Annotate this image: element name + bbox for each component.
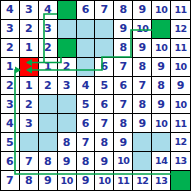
goal-cell-r1c4[interactable]: [58, 1, 77, 20]
goal-cell-r2c9[interactable]: [152, 20, 171, 39]
grid-cell-r6c10[interactable]: 10: [171, 95, 190, 114]
grid-cell-r5c6[interactable]: 5: [95, 77, 114, 96]
grid-cell-r2c2[interactable]: 2: [20, 20, 39, 39]
grid-cell-r5c3[interactable]: 2: [39, 77, 58, 96]
grid-cell-r2c3[interactable]: 3: [39, 20, 58, 39]
grid-cell-r1c9[interactable]: 10: [152, 1, 171, 20]
grid-cell-r10c3[interactable]: 9: [39, 171, 58, 190]
grid-cell-r7c4[interactable]: [58, 114, 77, 133]
grid-cell-r6c1[interactable]: 3: [1, 95, 20, 114]
grid-cell-r5c1[interactable]: 2: [1, 77, 20, 96]
grid-cell-r3c6[interactable]: [95, 39, 114, 58]
grid-cell-r2c1[interactable]: 3: [1, 20, 20, 39]
grid-cell-r1c2[interactable]: 3: [20, 1, 39, 20]
grid-cell-r8c8[interactable]: [133, 133, 152, 152]
grid-cell-r4c1[interactable]: 1: [1, 58, 20, 77]
grid-cell-r8c3[interactable]: [39, 133, 58, 152]
grid-cell-r7c7[interactable]: 8: [114, 114, 133, 133]
grid-cell-r9c6[interactable]: 9: [95, 152, 114, 171]
goal-cell-r3c4[interactable]: [58, 39, 77, 58]
grid-cell-r4c3[interactable]: 1: [39, 58, 58, 77]
grid-cell-r10c1[interactable]: 7: [1, 171, 20, 190]
grid-cell-r10c2[interactable]: 8: [20, 171, 39, 190]
grid-cell-r6c6[interactable]: 6: [95, 95, 114, 114]
grid-cell-r10c4[interactable]: 10: [58, 171, 77, 190]
grid-cell-r6c5[interactable]: 5: [77, 95, 96, 114]
grid-cell-r9c5[interactable]: 8: [77, 152, 96, 171]
grid-cell-r6c2[interactable]: 2: [20, 95, 39, 114]
grid-cell-r4c6[interactable]: 6: [95, 58, 114, 77]
grid-cell-r7c8[interactable]: 9: [133, 114, 152, 133]
grid-cell-r7c3[interactable]: [39, 114, 58, 133]
grid-cell-r5c9[interactable]: 8: [152, 77, 171, 96]
grid-cell-r7c2[interactable]: 3: [20, 114, 39, 133]
goal-cell-r10c10[interactable]: [171, 171, 190, 190]
grid-cell-r5c5[interactable]: 4: [77, 77, 96, 96]
grid-cell-r9c2[interactable]: 7: [20, 152, 39, 171]
grid-cell-r9c10[interactable]: 13: [171, 152, 190, 171]
grid-cell-r2c7[interactable]: 9: [114, 20, 133, 39]
grid-cell-r10c5[interactable]: 9: [77, 171, 96, 190]
pathfinding-visualization: 4346789101132391012212891011112678910212…: [0, 0, 191, 191]
grid-cell-r7c5[interactable]: 6: [77, 114, 96, 133]
grid-cell-r6c8[interactable]: 8: [133, 95, 152, 114]
grid-cell-r7c1[interactable]: 4: [1, 114, 20, 133]
grid-cell-r9c7[interactable]: 10: [114, 152, 133, 171]
grid-cell-r6c7[interactable]: 7: [114, 95, 133, 114]
grid-cell-r10c8[interactable]: 12: [133, 171, 152, 190]
grid-cell-r10c9[interactable]: 13: [152, 171, 171, 190]
grid-cell-r3c1[interactable]: 2: [1, 39, 20, 58]
grid-cell-r4c8[interactable]: 8: [133, 58, 152, 77]
grid-cell-r3c8[interactable]: 9: [133, 39, 152, 58]
grid-cell-r4c9[interactable]: 9: [152, 58, 171, 77]
grid-cell-r10c7[interactable]: 11: [114, 171, 133, 190]
grid-cell-r1c1[interactable]: 4: [1, 1, 20, 20]
grid-cell-r8c10[interactable]: 12: [171, 133, 190, 152]
grid-cell-r8c7[interactable]: 9: [114, 133, 133, 152]
grid-cell-r8c4[interactable]: 8: [58, 133, 77, 152]
puzzle-board: 4346789101132391012212891011112678910212…: [0, 0, 191, 191]
grid-cell-r3c5[interactable]: [77, 39, 96, 58]
grid-cell-r8c1[interactable]: 5: [1, 133, 20, 152]
grid-cell-r5c8[interactable]: 7: [133, 77, 152, 96]
grid-cell-r1c7[interactable]: 8: [114, 1, 133, 20]
start-cell[interactable]: [20, 58, 39, 77]
grid-cell-r2c6[interactable]: [95, 20, 114, 39]
grid-cell-r4c5[interactable]: [77, 58, 96, 77]
grid-cell-r4c10[interactable]: 10: [171, 58, 190, 77]
grid-cell-r1c3[interactable]: 4: [39, 1, 58, 20]
grid-cell-r4c4[interactable]: 2: [58, 58, 77, 77]
grid-cell-r8c5[interactable]: 7: [77, 133, 96, 152]
grid-cell-r9c3[interactable]: 8: [39, 152, 58, 171]
grid-cell-r9c4[interactable]: 9: [58, 152, 77, 171]
grid-cell-r6c9[interactable]: 9: [152, 95, 171, 114]
grid-cell-r4c7[interactable]: 7: [114, 58, 133, 77]
grid-cell-r8c2[interactable]: [20, 133, 39, 152]
grid-cell-r9c9[interactable]: 14: [152, 152, 171, 171]
grid-cell-r2c4[interactable]: [58, 20, 77, 39]
grid-cell-r10c6[interactable]: 10: [95, 171, 114, 190]
grid-cell-r6c3[interactable]: [39, 95, 58, 114]
grid-cell-r5c2[interactable]: 1: [20, 77, 39, 96]
grid-cell-r2c8[interactable]: 10: [133, 20, 152, 39]
grid-cell-r8c9[interactable]: [152, 133, 171, 152]
grid-cell-r6c4[interactable]: [58, 95, 77, 114]
grid-cell-r1c5[interactable]: 6: [77, 1, 96, 20]
grid-cell-r5c10[interactable]: 9: [171, 77, 190, 96]
grid-cell-r5c4[interactable]: 3: [58, 77, 77, 96]
grid-cell-r1c6[interactable]: 7: [95, 1, 114, 20]
grid-cell-r1c8[interactable]: 9: [133, 1, 152, 20]
grid-cell-r1c10[interactable]: 11: [171, 1, 190, 20]
grid-cell-r3c7[interactable]: 8: [114, 39, 133, 58]
grid-cell-r5c7[interactable]: 6: [114, 77, 133, 96]
grid-cell-r3c9[interactable]: 10: [152, 39, 171, 58]
grid-cell-r7c6[interactable]: 7: [95, 114, 114, 133]
grid-cell-r7c9[interactable]: 10: [152, 114, 171, 133]
grid-cell-r2c5[interactable]: [77, 20, 96, 39]
grid-cell-r3c3[interactable]: 2: [39, 39, 58, 58]
grid-cell-r3c10[interactable]: 11: [171, 39, 190, 58]
grid-cell-r7c10[interactable]: 11: [171, 114, 190, 133]
grid-cell-r3c2[interactable]: 1: [20, 39, 39, 58]
grid-cell-r8c6[interactable]: 8: [95, 133, 114, 152]
grid-cell-r9c1[interactable]: 6: [1, 152, 20, 171]
grid-cell-r9c8[interactable]: [133, 152, 152, 171]
grid-cell-r2c10[interactable]: 12: [171, 20, 190, 39]
